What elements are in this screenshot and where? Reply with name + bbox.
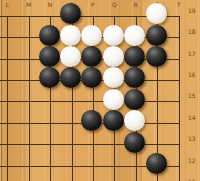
grid-vline-L: [7, 16, 8, 181]
stone-white-Q15[interactable]: [103, 89, 124, 110]
stone-black-P14[interactable]: [81, 110, 102, 131]
stone-black-R17[interactable]: [124, 46, 145, 67]
row-label-11: 11: [188, 178, 200, 181]
stone-black-O19[interactable]: [60, 3, 81, 24]
column-label-R: R: [131, 1, 141, 8]
stone-white-Q17[interactable]: [103, 46, 124, 67]
row-label-13: 13: [188, 135, 200, 142]
grid-vline-M: [29, 16, 30, 181]
stone-black-Q14[interactable]: [103, 110, 124, 131]
stone-black-S17[interactable]: [146, 46, 167, 67]
stone-black-R15[interactable]: [124, 89, 145, 110]
row-label-18: 18: [188, 28, 200, 35]
row-label-17: 17: [188, 50, 200, 57]
row-label-16: 16: [188, 71, 200, 78]
stone-black-P17[interactable]: [81, 46, 102, 67]
column-label-Q: Q: [109, 1, 119, 8]
grid-hline-13: [0, 144, 180, 145]
stone-white-P18[interactable]: [81, 25, 102, 46]
stone-black-R16[interactable]: [124, 67, 145, 88]
column-label-P: P: [88, 1, 98, 8]
stone-white-Q16[interactable]: [103, 67, 124, 88]
stone-white-Q18[interactable]: [103, 25, 124, 46]
stone-black-S18[interactable]: [146, 25, 167, 46]
grid-vline-T: [179, 16, 180, 181]
stone-black-P16[interactable]: [81, 67, 102, 88]
column-label-M: M: [24, 1, 34, 8]
stone-white-O18[interactable]: [60, 25, 81, 46]
column-label-L: L: [2, 1, 12, 8]
stone-black-N16[interactable]: [39, 67, 60, 88]
stone-black-N17[interactable]: [39, 46, 60, 67]
row-label-15: 15: [188, 92, 200, 99]
stone-white-O17[interactable]: [60, 46, 81, 67]
stone-black-N18[interactable]: [39, 25, 60, 46]
stone-white-S19[interactable]: [146, 3, 167, 24]
stone-black-R13[interactable]: [124, 132, 145, 153]
grid-hline-15: [0, 101, 180, 102]
row-label-12: 12: [188, 157, 200, 164]
row-label-14: 14: [188, 114, 200, 121]
stone-white-R14[interactable]: [124, 110, 145, 131]
stone-black-O16[interactable]: [60, 67, 81, 88]
go-board[interactable]: LMNOPQRST 191817161514131211: [0, 0, 200, 181]
column-label-T: T: [174, 1, 184, 8]
column-label-N: N: [45, 1, 55, 8]
row-label-19: 19: [188, 7, 200, 14]
stone-white-R18[interactable]: [124, 25, 145, 46]
board-left-edge: [1, 0, 2, 181]
stone-black-S12[interactable]: [146, 153, 167, 174]
